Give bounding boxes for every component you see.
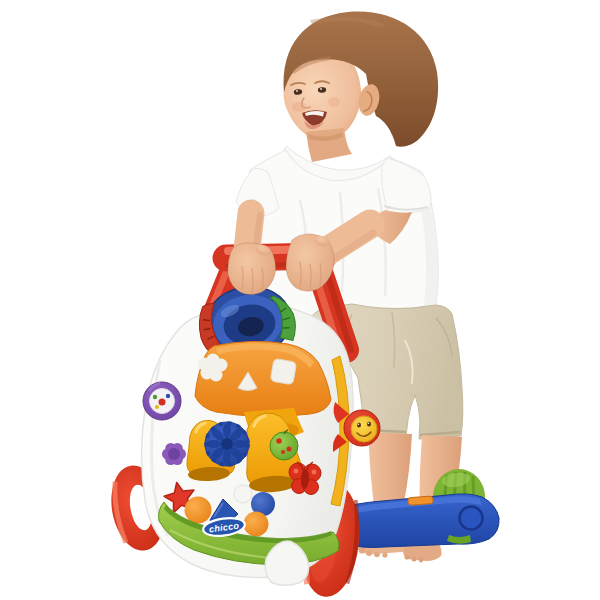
product-photo: chicco (0, 0, 600, 600)
orange-ball (244, 512, 269, 537)
forearm-shade (256, 215, 260, 246)
hand-left (228, 243, 276, 295)
body-hole (234, 485, 252, 503)
gear-ball (205, 422, 249, 466)
bar-hub (460, 507, 483, 530)
spinner-ball (143, 382, 181, 420)
neck (306, 128, 352, 162)
eye-glint (296, 90, 298, 92)
smiley-face (351, 416, 377, 442)
butterfly-toy (289, 462, 321, 495)
bar-peg (408, 496, 433, 505)
orange-ball (185, 497, 212, 524)
cheek-blush (328, 97, 340, 107)
sorter-hole-square (270, 358, 297, 385)
sleeve-right (382, 158, 432, 213)
eye-glint (320, 88, 322, 90)
cheek-blush (292, 102, 306, 112)
